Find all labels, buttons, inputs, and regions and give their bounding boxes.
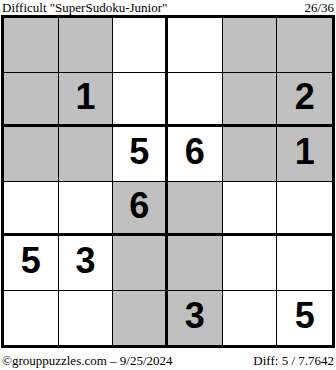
cell-r4c6[interactable] — [277, 182, 332, 237]
cell-r5c2[interactable]: 3 — [59, 236, 114, 291]
cell-r4c3[interactable]: 6 — [113, 182, 168, 237]
cell-r6c4[interactable]: 3 — [168, 291, 223, 346]
cell-r4c2[interactable] — [59, 182, 114, 237]
cell-r6c3[interactable] — [113, 291, 168, 346]
cell-r2c4[interactable] — [168, 73, 223, 128]
puzzle-title: Difficult "SuperSudoku-Junior" — [2, 0, 167, 15]
cell-r2c3[interactable] — [113, 73, 168, 128]
cell-r6c6[interactable]: 5 — [277, 291, 332, 346]
cell-r4c1[interactable] — [4, 182, 59, 237]
remaining-counter: 26/36 — [304, 0, 334, 15]
cell-r1c2[interactable] — [59, 18, 114, 73]
cell-r4c5[interactable] — [223, 182, 278, 237]
cell-r1c6[interactable] — [277, 18, 332, 73]
cell-r2c1[interactable] — [4, 73, 59, 128]
cell-r6c5[interactable] — [223, 291, 278, 346]
cell-r3c2[interactable] — [59, 127, 114, 182]
cell-r1c1[interactable] — [4, 18, 59, 73]
cell-r2c5[interactable] — [223, 73, 278, 128]
cell-r2c2[interactable]: 1 — [59, 73, 114, 128]
cell-r3c3[interactable]: 5 — [113, 127, 168, 182]
cell-r1c3[interactable] — [113, 18, 168, 73]
cell-r4c4[interactable] — [168, 182, 223, 237]
cell-r1c4[interactable] — [168, 18, 223, 73]
puzzle-page: Difficult "SuperSudoku-Junior" 26/36 125… — [0, 0, 336, 370]
cell-r5c1[interactable]: 5 — [4, 236, 59, 291]
cell-r3c6[interactable]: 1 — [277, 127, 332, 182]
header: Difficult "SuperSudoku-Junior" 26/36 — [2, 0, 334, 15]
copyright-date: ©grouppuzzles.com – 9/25/2024 — [2, 353, 173, 369]
cell-r2c6[interactable]: 2 — [277, 73, 332, 128]
footer: ©grouppuzzles.com – 9/25/2024 Diff: 5 / … — [2, 353, 334, 369]
cell-r6c1[interactable] — [4, 291, 59, 346]
cell-r3c4[interactable]: 6 — [168, 127, 223, 182]
difficulty-rating: Diff: 5 / 7.7642 — [253, 353, 334, 369]
cell-r5c4[interactable] — [168, 236, 223, 291]
cell-r5c3[interactable] — [113, 236, 168, 291]
cell-r3c1[interactable] — [4, 127, 59, 182]
cell-r5c5[interactable] — [223, 236, 278, 291]
cell-r1c5[interactable] — [223, 18, 278, 73]
cell-r3c5[interactable] — [223, 127, 278, 182]
cell-r5c6[interactable] — [277, 236, 332, 291]
cell-r6c2[interactable] — [59, 291, 114, 346]
sudoku-board: 1256165335 — [1, 15, 335, 348]
